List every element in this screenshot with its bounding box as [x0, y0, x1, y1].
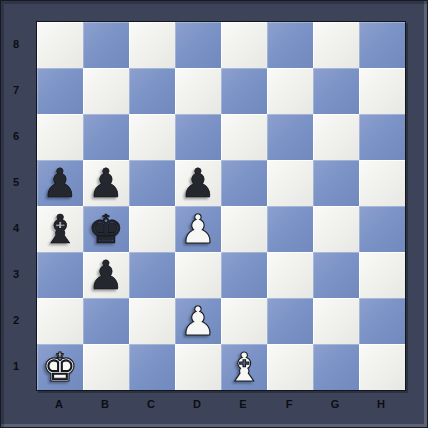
piece-white-pawn[interactable]: ♟: [180, 206, 216, 252]
piece-black-bishop[interactable]: ♝: [42, 206, 78, 252]
square-d2[interactable]: ♟: [175, 298, 221, 344]
square-h5[interactable]: [359, 160, 405, 206]
square-e3[interactable]: [221, 252, 267, 298]
square-a6[interactable]: [37, 114, 83, 160]
square-b7[interactable]: [83, 68, 129, 114]
square-d1[interactable]: [175, 344, 221, 390]
square-a5[interactable]: ♟: [37, 160, 83, 206]
piece-black-pawn[interactable]: ♟: [88, 252, 124, 298]
square-d3[interactable]: [175, 252, 221, 298]
square-c8[interactable]: [129, 22, 175, 68]
file-label-c: C: [128, 397, 174, 411]
chessboard: ♟♟♟♝♚♟♟♟♚♝: [36, 21, 406, 391]
square-h4[interactable]: [359, 206, 405, 252]
square-e8[interactable]: [221, 22, 267, 68]
square-f4[interactable]: [267, 206, 313, 252]
square-g6[interactable]: [313, 114, 359, 160]
square-f3[interactable]: [267, 252, 313, 298]
piece-white-king[interactable]: ♚: [42, 344, 78, 390]
square-c3[interactable]: [129, 252, 175, 298]
square-a1[interactable]: ♚: [37, 344, 83, 390]
rank-label-8: 8: [1, 39, 31, 50]
rank-label-4: 4: [1, 223, 31, 234]
rank-label-3: 3: [1, 269, 31, 280]
square-b8[interactable]: [83, 22, 129, 68]
piece-black-pawn[interactable]: ♟: [180, 160, 216, 206]
square-d4[interactable]: ♟: [175, 206, 221, 252]
square-b5[interactable]: ♟: [83, 160, 129, 206]
piece-white-pawn[interactable]: ♟: [180, 298, 216, 344]
square-g3[interactable]: [313, 252, 359, 298]
square-e1[interactable]: ♝: [221, 344, 267, 390]
piece-black-king[interactable]: ♚: [88, 206, 124, 252]
square-b6[interactable]: [83, 114, 129, 160]
square-b2[interactable]: [83, 298, 129, 344]
square-c2[interactable]: [129, 298, 175, 344]
square-d7[interactable]: [175, 68, 221, 114]
square-e6[interactable]: [221, 114, 267, 160]
square-e5[interactable]: [221, 160, 267, 206]
square-e2[interactable]: [221, 298, 267, 344]
square-g8[interactable]: [313, 22, 359, 68]
file-label-b: B: [82, 397, 128, 411]
square-f7[interactable]: [267, 68, 313, 114]
square-a2[interactable]: [37, 298, 83, 344]
square-g1[interactable]: [313, 344, 359, 390]
square-a3[interactable]: [37, 252, 83, 298]
square-c4[interactable]: [129, 206, 175, 252]
square-g5[interactable]: [313, 160, 359, 206]
square-g7[interactable]: [313, 68, 359, 114]
square-h3[interactable]: [359, 252, 405, 298]
square-b1[interactable]: [83, 344, 129, 390]
square-e4[interactable]: [221, 206, 267, 252]
square-a8[interactable]: [37, 22, 83, 68]
square-c6[interactable]: [129, 114, 175, 160]
square-f5[interactable]: [267, 160, 313, 206]
rank-label-2: 2: [1, 315, 31, 326]
rank-label-6: 6: [1, 131, 31, 142]
square-c5[interactable]: [129, 160, 175, 206]
piece-black-pawn[interactable]: ♟: [88, 160, 124, 206]
square-d5[interactable]: ♟: [175, 160, 221, 206]
square-c7[interactable]: [129, 68, 175, 114]
chessboard-frame: 87654321 ABCDEFGH ♟♟♟♝♚♟♟♟♚♝: [0, 0, 428, 428]
square-h1[interactable]: [359, 344, 405, 390]
rank-label-5: 5: [1, 177, 31, 188]
piece-black-pawn[interactable]: ♟: [42, 160, 78, 206]
square-f8[interactable]: [267, 22, 313, 68]
square-g2[interactable]: [313, 298, 359, 344]
square-b3[interactable]: ♟: [83, 252, 129, 298]
square-c1[interactable]: [129, 344, 175, 390]
square-h8[interactable]: [359, 22, 405, 68]
piece-white-bishop[interactable]: ♝: [226, 344, 262, 390]
square-h7[interactable]: [359, 68, 405, 114]
file-label-f: F: [266, 397, 312, 411]
square-f1[interactable]: [267, 344, 313, 390]
rank-label-7: 7: [1, 85, 31, 96]
square-h2[interactable]: [359, 298, 405, 344]
square-f2[interactable]: [267, 298, 313, 344]
square-d6[interactable]: [175, 114, 221, 160]
file-label-a: A: [36, 397, 82, 411]
file-label-d: D: [174, 397, 220, 411]
square-a7[interactable]: [37, 68, 83, 114]
file-label-g: G: [312, 397, 358, 411]
square-f6[interactable]: [267, 114, 313, 160]
rank-label-1: 1: [1, 361, 31, 372]
square-e7[interactable]: [221, 68, 267, 114]
file-label-h: H: [358, 397, 404, 411]
square-d8[interactable]: [175, 22, 221, 68]
file-label-e: E: [220, 397, 266, 411]
square-h6[interactable]: [359, 114, 405, 160]
square-b4[interactable]: ♚: [83, 206, 129, 252]
square-a4[interactable]: ♝: [37, 206, 83, 252]
square-g4[interactable]: [313, 206, 359, 252]
